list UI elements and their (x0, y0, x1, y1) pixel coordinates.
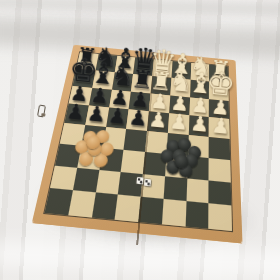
square-a4 (60, 123, 85, 145)
square-f4 (166, 133, 188, 156)
square-e1 (138, 197, 163, 224)
square-b4 (81, 125, 106, 148)
square-c2 (95, 169, 121, 194)
square-g2 (186, 178, 209, 204)
square-d1 (115, 195, 141, 222)
square-f1 (162, 199, 186, 226)
square-g4 (188, 135, 209, 158)
square-d2 (118, 171, 143, 196)
white-pawn: ♟ (148, 110, 169, 133)
square-e2 (141, 174, 165, 200)
square-b3 (77, 146, 102, 170)
black-pawn: ♟ (86, 104, 107, 127)
square-g5: ♟ (188, 115, 209, 137)
square-h2 (209, 180, 232, 206)
black-pawn: ♟ (65, 102, 86, 125)
square-d3 (121, 150, 145, 174)
square-c3 (99, 148, 124, 172)
square-e5: ♟ (147, 112, 169, 133)
square-g1 (185, 201, 209, 228)
square-c1 (91, 193, 118, 220)
square-f3 (165, 154, 188, 178)
square-e4 (145, 131, 168, 154)
square-h3 (209, 158, 231, 182)
square-b5: ♟ (85, 106, 109, 127)
square-d5: ♟ (126, 110, 149, 131)
square-f5: ♟ (168, 113, 189, 135)
square-b2 (73, 167, 99, 192)
square-d4 (124, 129, 147, 152)
board-grid: ♜♞♝♛♛♝♞♜♚♝♞♜♜♞♝♚♟♟♟♟♟♟♟♟♟♟♟♟♟♟♟♟ (45, 52, 232, 231)
square-h5: ♟ (209, 117, 230, 139)
square-h1 (209, 204, 232, 231)
square-c4 (102, 127, 126, 150)
square-e3 (143, 152, 166, 176)
white-pawn: ♟ (210, 116, 231, 139)
white-pawn: ♟ (169, 112, 190, 135)
square-c5: ♟ (106, 108, 129, 129)
square-f2 (163, 176, 186, 202)
black-pawn: ♟ (127, 108, 148, 131)
latch-clasp (37, 104, 46, 117)
square-g3 (187, 156, 209, 180)
white-pawn: ♟ (189, 114, 210, 137)
black-pawn: ♟ (107, 106, 128, 129)
square-h4 (209, 137, 230, 160)
